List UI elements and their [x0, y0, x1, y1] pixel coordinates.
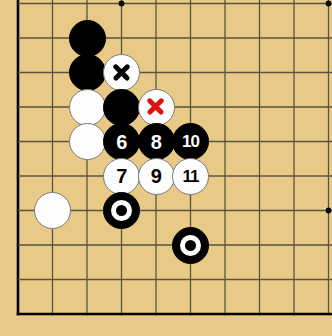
move-number-label: 9	[151, 166, 162, 186]
stone-white-C7[interactable]	[69, 89, 106, 126]
stone-white-D8[interactable]	[103, 54, 140, 91]
stone-white-D5[interactable]: 7	[103, 158, 140, 195]
stone-black-F6[interactable]: 10	[172, 123, 209, 160]
stone-black-D4[interactable]	[103, 192, 140, 229]
circle-mark-icon	[111, 200, 132, 221]
stone-black-D7[interactable]	[103, 89, 140, 126]
stone-white-E7[interactable]	[138, 89, 175, 126]
stone-white-E5[interactable]: 9	[138, 158, 175, 195]
stone-white-F5[interactable]: 11	[172, 158, 209, 195]
move-number-label: 6	[116, 131, 127, 151]
stone-black-D6[interactable]: 6	[103, 123, 140, 160]
stone-black-F3[interactable]	[172, 227, 209, 264]
move-number-label: 10	[182, 133, 199, 150]
circle-mark-icon	[180, 235, 201, 256]
stone-black-C8[interactable]	[69, 54, 106, 91]
go-board-diagram: 68107911	[0, 0, 332, 336]
move-number-label: 11	[183, 167, 199, 184]
go-board[interactable]: 68107911	[1, 0, 332, 331]
x-mark-icon	[137, 88, 174, 125]
stone-black-C9[interactable]	[69, 20, 106, 57]
stone-white-C6[interactable]	[69, 123, 106, 160]
x-mark-icon	[103, 54, 140, 91]
stone-white-B4[interactable]	[34, 192, 71, 229]
move-number-label: 7	[116, 166, 127, 186]
stone-black-E6[interactable]: 8	[138, 123, 175, 160]
move-number-label: 8	[151, 131, 162, 151]
